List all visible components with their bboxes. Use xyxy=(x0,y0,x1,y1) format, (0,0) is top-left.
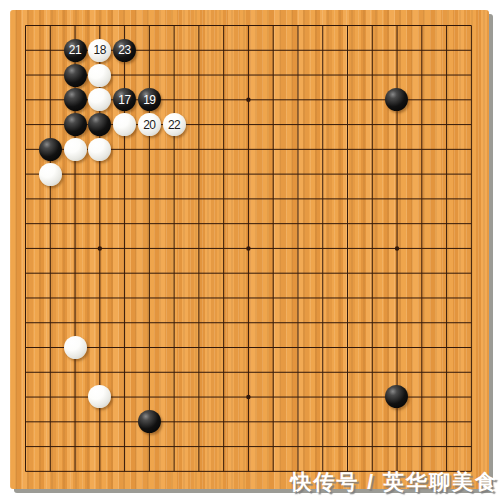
stone-black xyxy=(385,88,408,111)
stone-black-move-19: 19 xyxy=(138,88,161,111)
stone-white xyxy=(64,138,87,161)
stone-black xyxy=(88,113,111,136)
stone-white xyxy=(39,163,62,186)
stone-black xyxy=(138,410,161,433)
stone-black-move-17: 17 xyxy=(113,88,136,111)
stone-white xyxy=(88,64,111,87)
stone-black-move-21: 21 xyxy=(64,39,87,62)
stone-white xyxy=(88,88,111,111)
stone-white xyxy=(64,336,87,359)
stone-white-move-18: 18 xyxy=(88,39,111,62)
watermark-text: 快传号 / 英华聊美食 xyxy=(290,468,498,496)
stone-black xyxy=(64,88,87,111)
stone-layer: 21182317192022 xyxy=(13,13,484,484)
stone-black xyxy=(64,113,87,136)
stone-black xyxy=(39,138,62,161)
stone-black xyxy=(385,385,408,408)
stone-black-move-23: 23 xyxy=(113,39,136,62)
stone-white xyxy=(113,113,136,136)
stone-white xyxy=(88,138,111,161)
stone-white xyxy=(88,385,111,408)
go-board: 21182317192022 xyxy=(10,10,489,489)
page: 21182317192022 快传号 / 英华聊美食 xyxy=(0,0,500,500)
stone-white-move-20: 20 xyxy=(138,113,161,136)
stone-black xyxy=(64,64,87,87)
stone-white-move-22: 22 xyxy=(163,113,186,136)
